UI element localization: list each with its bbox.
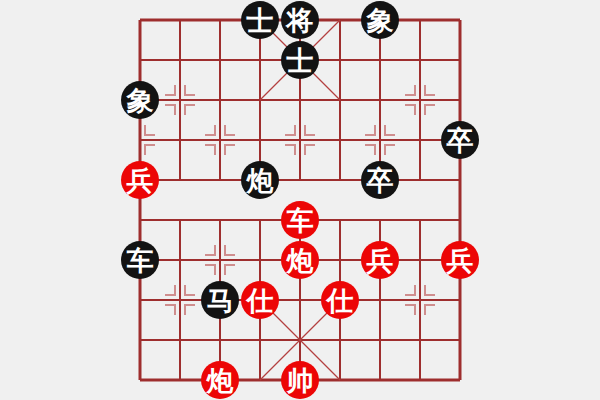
piece-glyph: 兵 xyxy=(367,247,394,274)
piece-glyph: 马 xyxy=(207,287,234,314)
piece-black-cannon[interactable]: 炮 xyxy=(241,161,279,199)
pieces-layer: 士将象士象卒炮卒兵车车炮兵兵马仕仕炮帅 xyxy=(120,0,480,400)
piece-red-soldier[interactable]: 兵 xyxy=(441,241,479,279)
piece-glyph: 兵 xyxy=(447,247,474,274)
piece-glyph: 象 xyxy=(127,87,154,114)
piece-glyph: 仕 xyxy=(247,287,274,314)
piece-glyph: 车 xyxy=(127,247,154,274)
xiangqi-board: 士将象士象卒炮卒兵车车炮兵兵马仕仕炮帅 xyxy=(0,0,600,400)
piece-glyph: 兵 xyxy=(127,167,154,194)
piece-red-soldier[interactable]: 兵 xyxy=(121,161,159,199)
piece-glyph: 仕 xyxy=(327,287,354,314)
piece-black-elephant[interactable]: 象 xyxy=(121,81,159,119)
piece-black-horse[interactable]: 马 xyxy=(201,281,239,319)
piece-glyph: 卒 xyxy=(367,167,394,194)
piece-black-chariot[interactable]: 车 xyxy=(121,241,159,279)
piece-black-general[interactable]: 将 xyxy=(281,1,319,39)
piece-glyph: 炮 xyxy=(207,367,234,394)
piece-glyph: 士 xyxy=(287,47,314,74)
piece-red-general[interactable]: 帅 xyxy=(281,361,319,399)
piece-black-advisor[interactable]: 士 xyxy=(241,1,279,39)
piece-glyph: 车 xyxy=(287,207,314,234)
piece-glyph: 卒 xyxy=(447,127,474,154)
piece-red-chariot[interactable]: 车 xyxy=(281,201,319,239)
piece-red-cannon[interactable]: 炮 xyxy=(201,361,239,399)
piece-glyph: 将 xyxy=(287,7,314,34)
piece-glyph: 象 xyxy=(367,7,394,34)
piece-red-advisor[interactable]: 仕 xyxy=(321,281,359,319)
piece-glyph: 帅 xyxy=(287,367,314,394)
piece-black-advisor[interactable]: 士 xyxy=(281,41,319,79)
piece-red-advisor[interactable]: 仕 xyxy=(241,281,279,319)
piece-glyph: 炮 xyxy=(287,247,314,274)
piece-black-soldier[interactable]: 卒 xyxy=(361,161,399,199)
piece-glyph: 炮 xyxy=(247,167,274,194)
piece-black-soldier[interactable]: 卒 xyxy=(441,121,479,159)
piece-red-soldier[interactable]: 兵 xyxy=(361,241,399,279)
piece-red-cannon[interactable]: 炮 xyxy=(281,241,319,279)
piece-glyph: 士 xyxy=(247,7,274,34)
piece-black-elephant[interactable]: 象 xyxy=(361,1,399,39)
